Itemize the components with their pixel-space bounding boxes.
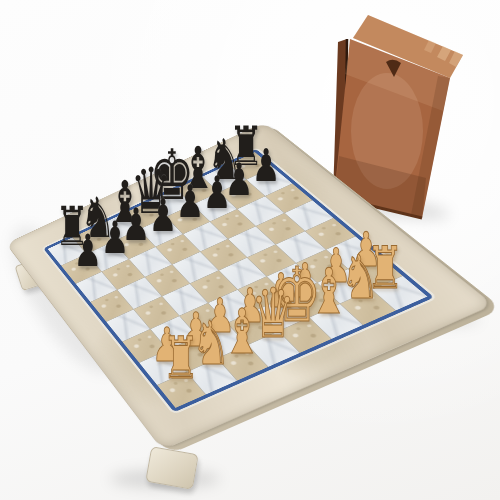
- black-pawn-a7[interactable]: ♟: [74, 230, 103, 275]
- black-pawn-f7[interactable]: ♟: [203, 171, 232, 216]
- black-pawn-b7[interactable]: ♟: [101, 216, 130, 261]
- white-rook-a1[interactable]: ♜: [162, 330, 199, 388]
- black-pawn-h7[interactable]: ♟: [252, 143, 281, 188]
- black-pawn-d7[interactable]: ♟: [148, 194, 177, 239]
- photo-stage: ♜♞♝♛♚♝♞♜♟♟♟♟♟♟♟♟♟♟♟♟♟♟♟♟♜♞♝♛♚♝♞♜: [0, 0, 500, 500]
- black-pawn-e7[interactable]: ♟: [176, 180, 205, 225]
